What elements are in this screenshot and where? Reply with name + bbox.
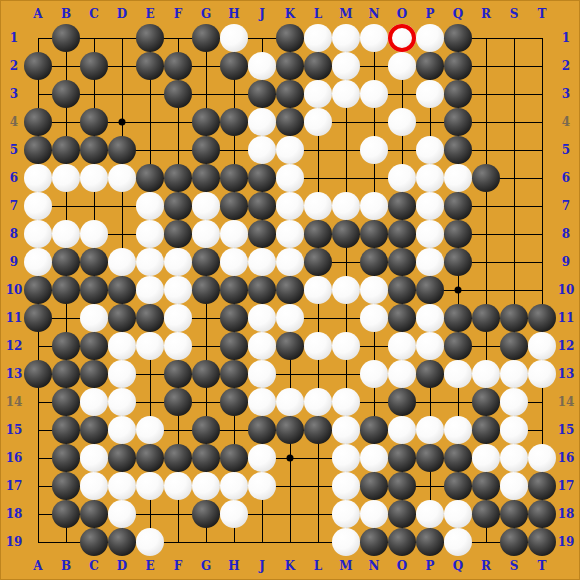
- row-label-right-2: 2: [562, 60, 570, 72]
- row-label-left-19: 19: [6, 536, 23, 548]
- white-stone-C6: [80, 164, 108, 192]
- col-label-top-M: M: [339, 8, 352, 20]
- black-stone-F8: [164, 220, 192, 248]
- row-label-right-9: 9: [562, 256, 570, 268]
- black-stone-G13: [192, 360, 220, 388]
- black-stone-S12: [500, 332, 528, 360]
- col-label-top-N: N: [369, 8, 380, 20]
- black-stone-H4: [220, 108, 248, 136]
- row-label-right-16: 16: [558, 452, 575, 464]
- black-stone-Q1: [444, 24, 472, 52]
- black-stone-C15: [80, 416, 108, 444]
- row-label-left-6: 6: [10, 172, 18, 184]
- white-stone-F17: [164, 472, 192, 500]
- col-label-bottom-N: N: [369, 560, 380, 572]
- col-label-bottom-L: L: [314, 560, 322, 572]
- black-stone-P16: [416, 444, 444, 472]
- black-stone-J8: [248, 220, 276, 248]
- go-board-screenshot: AABBCCDDEEFFGGHHJJKKLLMMNNOOPPQQRRSSTT11…: [0, 0, 580, 580]
- white-stone-N10: [360, 276, 388, 304]
- white-stone-P15: [416, 416, 444, 444]
- white-stone-C8: [80, 220, 108, 248]
- col-label-bottom-S: S: [510, 560, 519, 572]
- white-stone-O12: [388, 332, 416, 360]
- black-stone-A10: [24, 276, 52, 304]
- black-stone-L15: [304, 416, 332, 444]
- white-stone-Q6: [444, 164, 472, 192]
- col-label-top-L: L: [314, 8, 322, 20]
- black-stone-C5: [80, 136, 108, 164]
- black-stone-C10: [80, 276, 108, 304]
- black-stone-N15: [360, 416, 388, 444]
- row-label-right-5: 5: [562, 144, 570, 156]
- black-stone-A11: [24, 304, 52, 332]
- white-stone-M1: [332, 24, 360, 52]
- white-stone-F12: [164, 332, 192, 360]
- white-stone-L12: [304, 332, 332, 360]
- white-stone-J2: [248, 52, 276, 80]
- col-label-top-D: D: [117, 8, 127, 20]
- black-stone-J7: [248, 192, 276, 220]
- row-label-left-7: 7: [10, 200, 18, 212]
- black-stone-N9: [360, 248, 388, 276]
- black-stone-T11: [528, 304, 556, 332]
- white-stone-M19: [332, 528, 360, 556]
- col-label-top-P: P: [425, 8, 434, 20]
- black-stone-G1: [192, 24, 220, 52]
- black-stone-G4: [192, 108, 220, 136]
- row-label-left-17: 17: [6, 480, 23, 492]
- star-point-D4: [119, 119, 126, 126]
- white-stone-T12: [528, 332, 556, 360]
- white-stone-A9: [24, 248, 52, 276]
- black-stone-Q8: [444, 220, 472, 248]
- black-stone-H2: [220, 52, 248, 80]
- col-label-top-K: K: [285, 8, 295, 20]
- white-stone-G8: [192, 220, 220, 248]
- black-stone-H7: [220, 192, 248, 220]
- black-stone-K2: [276, 52, 304, 80]
- row-label-right-12: 12: [558, 340, 575, 352]
- col-label-bottom-K: K: [285, 560, 295, 572]
- white-stone-D13: [108, 360, 136, 388]
- black-stone-F3: [164, 80, 192, 108]
- black-stone-E16: [136, 444, 164, 472]
- black-stone-F16: [164, 444, 192, 472]
- black-stone-S18: [500, 500, 528, 528]
- black-stone-F14: [164, 388, 192, 416]
- white-stone-B6: [52, 164, 80, 192]
- black-stone-B3: [52, 80, 80, 108]
- white-stone-O4: [388, 108, 416, 136]
- white-stone-Q15: [444, 416, 472, 444]
- black-stone-A5: [24, 136, 52, 164]
- white-stone-L1: [304, 24, 332, 52]
- black-stone-F13: [164, 360, 192, 388]
- black-stone-Q2: [444, 52, 472, 80]
- star-point-Q10: [455, 287, 462, 294]
- black-stone-J10: [248, 276, 276, 304]
- white-stone-L10: [304, 276, 332, 304]
- white-stone-E17: [136, 472, 164, 500]
- white-stone-S17: [500, 472, 528, 500]
- black-stone-A2: [24, 52, 52, 80]
- white-stone-S16: [500, 444, 528, 472]
- black-stone-L8: [304, 220, 332, 248]
- white-stone-M2: [332, 52, 360, 80]
- black-stone-D19: [108, 528, 136, 556]
- black-stone-O7: [388, 192, 416, 220]
- col-label-top-B: B: [61, 8, 71, 20]
- white-stone-G17: [192, 472, 220, 500]
- white-stone-D17: [108, 472, 136, 500]
- black-stone-R6: [472, 164, 500, 192]
- white-stone-P1: [416, 24, 444, 52]
- white-stone-M18: [332, 500, 360, 528]
- col-label-bottom-J: J: [259, 560, 265, 572]
- row-label-left-18: 18: [6, 508, 23, 520]
- white-stone-P18: [416, 500, 444, 528]
- col-label-bottom-T: T: [538, 560, 547, 572]
- black-stone-Q17: [444, 472, 472, 500]
- black-stone-H10: [220, 276, 248, 304]
- row-label-left-16: 16: [6, 452, 23, 464]
- col-label-bottom-H: H: [228, 560, 239, 572]
- white-stone-N3: [360, 80, 388, 108]
- black-stone-R18: [472, 500, 500, 528]
- row-label-right-10: 10: [558, 284, 575, 296]
- row-label-left-10: 10: [6, 284, 23, 296]
- white-stone-M3: [332, 80, 360, 108]
- white-stone-E9: [136, 248, 164, 276]
- white-stone-Q13: [444, 360, 472, 388]
- black-stone-R14: [472, 388, 500, 416]
- white-stone-E7: [136, 192, 164, 220]
- white-stone-L3: [304, 80, 332, 108]
- black-stone-T19: [528, 528, 556, 556]
- white-stone-K5: [276, 136, 304, 164]
- white-stone-S14: [500, 388, 528, 416]
- white-stone-J4: [248, 108, 276, 136]
- black-stone-L2: [304, 52, 332, 80]
- col-label-bottom-O: O: [397, 560, 407, 572]
- col-label-top-E: E: [145, 8, 154, 20]
- black-stone-C2: [80, 52, 108, 80]
- black-stone-G5: [192, 136, 220, 164]
- black-stone-H14: [220, 388, 248, 416]
- black-stone-O14: [388, 388, 416, 416]
- white-stone-K9: [276, 248, 304, 276]
- white-stone-D14: [108, 388, 136, 416]
- white-stone-A6: [24, 164, 52, 192]
- black-stone-T18: [528, 500, 556, 528]
- black-stone-C19: [80, 528, 108, 556]
- col-label-top-G: G: [201, 8, 211, 20]
- black-stone-N17: [360, 472, 388, 500]
- white-stone-M7: [332, 192, 360, 220]
- white-stone-N1: [360, 24, 388, 52]
- white-stone-L4: [304, 108, 332, 136]
- black-stone-Q3: [444, 80, 472, 108]
- row-label-right-15: 15: [558, 424, 575, 436]
- black-stone-G18: [192, 500, 220, 528]
- black-stone-A13: [24, 360, 52, 388]
- col-label-bottom-A: A: [33, 560, 42, 572]
- col-label-bottom-M: M: [339, 560, 352, 572]
- black-stone-F7: [164, 192, 192, 220]
- white-stone-P5: [416, 136, 444, 164]
- col-label-top-T: T: [538, 8, 547, 20]
- row-label-right-11: 11: [558, 312, 575, 324]
- row-label-right-1: 1: [562, 32, 570, 44]
- black-stone-Q16: [444, 444, 472, 472]
- white-stone-N18: [360, 500, 388, 528]
- white-stone-H17: [220, 472, 248, 500]
- white-stone-O1: [388, 24, 416, 52]
- black-stone-P10: [416, 276, 444, 304]
- black-stone-P19: [416, 528, 444, 556]
- row-label-right-4: 4: [562, 116, 570, 128]
- white-stone-G7: [192, 192, 220, 220]
- black-stone-E1: [136, 24, 164, 52]
- black-stone-Q4: [444, 108, 472, 136]
- row-label-left-13: 13: [6, 368, 23, 380]
- col-label-bottom-C: C: [89, 560, 99, 572]
- black-stone-J3: [248, 80, 276, 108]
- black-stone-B14: [52, 388, 80, 416]
- white-stone-N7: [360, 192, 388, 220]
- black-stone-O11: [388, 304, 416, 332]
- row-label-left-9: 9: [10, 256, 18, 268]
- black-stone-R17: [472, 472, 500, 500]
- row-label-left-14: 14: [6, 396, 23, 408]
- white-stone-P9: [416, 248, 444, 276]
- row-label-right-17: 17: [558, 480, 575, 492]
- black-stone-D10: [108, 276, 136, 304]
- black-stone-O8: [388, 220, 416, 248]
- white-stone-J16: [248, 444, 276, 472]
- white-stone-H1: [220, 24, 248, 52]
- black-stone-D5: [108, 136, 136, 164]
- row-label-right-8: 8: [562, 228, 570, 240]
- black-stone-K4: [276, 108, 304, 136]
- white-stone-J9: [248, 248, 276, 276]
- black-stone-B12: [52, 332, 80, 360]
- black-stone-C13: [80, 360, 108, 388]
- black-stone-G16: [192, 444, 220, 472]
- black-stone-H11: [220, 304, 248, 332]
- black-stone-O10: [388, 276, 416, 304]
- col-label-bottom-Q: Q: [453, 560, 463, 572]
- white-stone-L14: [304, 388, 332, 416]
- black-stone-Q5: [444, 136, 472, 164]
- black-stone-E11: [136, 304, 164, 332]
- black-stone-G15: [192, 416, 220, 444]
- black-stone-N8: [360, 220, 388, 248]
- black-stone-O16: [388, 444, 416, 472]
- white-stone-R16: [472, 444, 500, 472]
- col-label-top-C: C: [89, 8, 99, 20]
- white-stone-D9: [108, 248, 136, 276]
- black-stone-B10: [52, 276, 80, 304]
- white-stone-E19: [136, 528, 164, 556]
- col-label-bottom-D: D: [117, 560, 127, 572]
- white-stone-D6: [108, 164, 136, 192]
- black-stone-G6: [192, 164, 220, 192]
- col-label-top-S: S: [510, 8, 519, 20]
- white-stone-K14: [276, 388, 304, 416]
- black-stone-B18: [52, 500, 80, 528]
- white-stone-F10: [164, 276, 192, 304]
- col-label-top-R: R: [481, 8, 491, 20]
- black-stone-L9: [304, 248, 332, 276]
- white-stone-H9: [220, 248, 248, 276]
- black-stone-O9: [388, 248, 416, 276]
- white-stone-T13: [528, 360, 556, 388]
- white-stone-K7: [276, 192, 304, 220]
- row-label-right-6: 6: [562, 172, 570, 184]
- row-label-right-18: 18: [558, 508, 575, 520]
- black-stone-C9: [80, 248, 108, 276]
- white-stone-T16: [528, 444, 556, 472]
- black-stone-H13: [220, 360, 248, 388]
- white-stone-K11: [276, 304, 304, 332]
- white-stone-O6: [388, 164, 416, 192]
- black-stone-H12: [220, 332, 248, 360]
- row-label-right-3: 3: [562, 88, 570, 100]
- col-label-bottom-B: B: [61, 560, 71, 572]
- white-stone-P6: [416, 164, 444, 192]
- black-stone-M8: [332, 220, 360, 248]
- row-label-left-15: 15: [6, 424, 23, 436]
- white-stone-Q19: [444, 528, 472, 556]
- black-stone-B13: [52, 360, 80, 388]
- black-stone-N19: [360, 528, 388, 556]
- white-stone-J14: [248, 388, 276, 416]
- white-stone-C16: [80, 444, 108, 472]
- black-stone-B17: [52, 472, 80, 500]
- col-label-bottom-E: E: [145, 560, 154, 572]
- black-stone-P2: [416, 52, 444, 80]
- white-stone-J13: [248, 360, 276, 388]
- white-stone-C11: [80, 304, 108, 332]
- row-label-left-12: 12: [6, 340, 23, 352]
- white-stone-R13: [472, 360, 500, 388]
- white-stone-J17: [248, 472, 276, 500]
- col-label-bottom-G: G: [201, 560, 211, 572]
- col-label-bottom-P: P: [425, 560, 434, 572]
- black-stone-T17: [528, 472, 556, 500]
- black-stone-Q7: [444, 192, 472, 220]
- black-stone-K1: [276, 24, 304, 52]
- white-stone-C17: [80, 472, 108, 500]
- white-stone-F9: [164, 248, 192, 276]
- black-stone-O19: [388, 528, 416, 556]
- white-stone-J5: [248, 136, 276, 164]
- row-label-left-3: 3: [10, 88, 18, 100]
- row-label-left-4: 4: [10, 116, 18, 128]
- white-stone-J12: [248, 332, 276, 360]
- black-stone-Q11: [444, 304, 472, 332]
- white-stone-B8: [52, 220, 80, 248]
- black-stone-H16: [220, 444, 248, 472]
- black-stone-Q9: [444, 248, 472, 276]
- black-stone-D11: [108, 304, 136, 332]
- black-stone-B9: [52, 248, 80, 276]
- black-stone-Q12: [444, 332, 472, 360]
- star-point-K16: [287, 455, 294, 462]
- white-stone-M10: [332, 276, 360, 304]
- col-label-bottom-R: R: [481, 560, 491, 572]
- white-stone-E15: [136, 416, 164, 444]
- white-stone-S13: [500, 360, 528, 388]
- black-stone-B5: [52, 136, 80, 164]
- white-stone-E10: [136, 276, 164, 304]
- white-stone-O15: [388, 416, 416, 444]
- row-label-right-13: 13: [558, 368, 575, 380]
- white-stone-D18: [108, 500, 136, 528]
- black-stone-K10: [276, 276, 304, 304]
- black-stone-J6: [248, 164, 276, 192]
- black-stone-B16: [52, 444, 80, 472]
- row-label-left-1: 1: [10, 32, 18, 44]
- white-stone-Q18: [444, 500, 472, 528]
- white-stone-P3: [416, 80, 444, 108]
- black-stone-K15: [276, 416, 304, 444]
- black-stone-E2: [136, 52, 164, 80]
- white-stone-L7: [304, 192, 332, 220]
- white-stone-N11: [360, 304, 388, 332]
- black-stone-A4: [24, 108, 52, 136]
- black-stone-K3: [276, 80, 304, 108]
- black-stone-C18: [80, 500, 108, 528]
- white-stone-E8: [136, 220, 164, 248]
- white-stone-P8: [416, 220, 444, 248]
- col-label-top-Q: Q: [453, 8, 463, 20]
- white-stone-H8: [220, 220, 248, 248]
- black-stone-R11: [472, 304, 500, 332]
- white-stone-N5: [360, 136, 388, 164]
- row-label-left-5: 5: [10, 144, 18, 156]
- row-label-right-7: 7: [562, 200, 570, 212]
- white-stone-M15: [332, 416, 360, 444]
- black-stone-C4: [80, 108, 108, 136]
- white-stone-C14: [80, 388, 108, 416]
- white-stone-P11: [416, 304, 444, 332]
- row-label-right-14: 14: [558, 396, 575, 408]
- white-stone-M14: [332, 388, 360, 416]
- black-stone-E6: [136, 164, 164, 192]
- white-stone-O2: [388, 52, 416, 80]
- white-stone-K6: [276, 164, 304, 192]
- row-label-left-11: 11: [6, 312, 23, 324]
- white-stone-P7: [416, 192, 444, 220]
- white-stone-S15: [500, 416, 528, 444]
- white-stone-H18: [220, 500, 248, 528]
- black-stone-P13: [416, 360, 444, 388]
- black-stone-F2: [164, 52, 192, 80]
- col-label-top-H: H: [228, 8, 239, 20]
- white-stone-P12: [416, 332, 444, 360]
- black-stone-B1: [52, 24, 80, 52]
- row-label-left-8: 8: [10, 228, 18, 240]
- white-stone-D12: [108, 332, 136, 360]
- white-stone-N13: [360, 360, 388, 388]
- black-stone-G9: [192, 248, 220, 276]
- white-stone-F11: [164, 304, 192, 332]
- black-stone-K12: [276, 332, 304, 360]
- black-stone-J15: [248, 416, 276, 444]
